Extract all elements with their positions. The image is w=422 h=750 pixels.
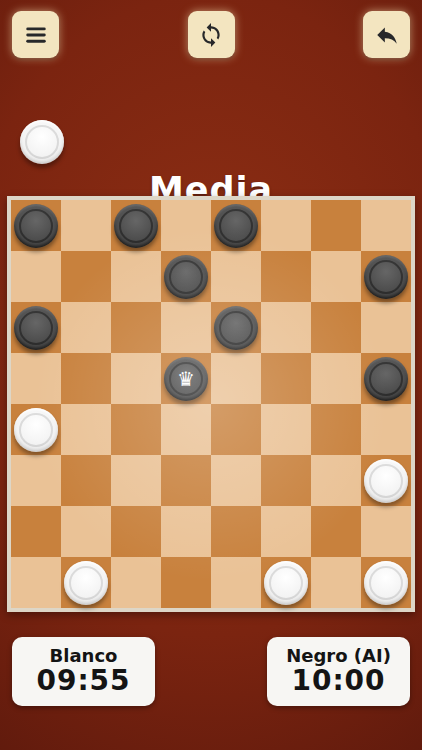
square-r5c1[interactable] bbox=[61, 455, 111, 506]
square-r6c5[interactable] bbox=[261, 506, 311, 557]
square-r7c1[interactable] bbox=[61, 557, 111, 608]
square-r6c1[interactable] bbox=[61, 506, 111, 557]
square-r7c7[interactable] bbox=[361, 557, 411, 608]
square-r6c4[interactable] bbox=[211, 506, 261, 557]
king-crown-icon: ♛ bbox=[177, 369, 195, 389]
square-r0c7[interactable] bbox=[361, 200, 411, 251]
refresh-icon bbox=[198, 22, 224, 48]
black-clock-time: 10:00 bbox=[291, 666, 385, 697]
white-man-piece[interactable] bbox=[264, 561, 308, 605]
square-r0c3[interactable] bbox=[161, 200, 211, 251]
black-man-piece bbox=[214, 204, 258, 248]
square-r6c7[interactable] bbox=[361, 506, 411, 557]
black-man-piece bbox=[114, 204, 158, 248]
white-man-piece[interactable] bbox=[14, 408, 58, 452]
square-r2c2[interactable] bbox=[111, 302, 161, 353]
app-screen: Media ♛ Blanco 09:55 Negro (AI) 10:00 bbox=[0, 0, 422, 750]
square-r4c2[interactable] bbox=[111, 404, 161, 455]
square-r4c7[interactable] bbox=[361, 404, 411, 455]
square-r3c5[interactable] bbox=[261, 353, 311, 404]
square-r0c6[interactable] bbox=[311, 200, 361, 251]
square-r0c0[interactable] bbox=[11, 200, 61, 251]
restart-button[interactable] bbox=[188, 11, 235, 58]
square-r0c2[interactable] bbox=[111, 200, 161, 251]
square-r6c2[interactable] bbox=[111, 506, 161, 557]
square-r7c5[interactable] bbox=[261, 557, 311, 608]
square-r4c4[interactable] bbox=[211, 404, 261, 455]
square-r5c2[interactable] bbox=[111, 455, 161, 506]
square-r2c5[interactable] bbox=[261, 302, 311, 353]
white-man-piece[interactable] bbox=[364, 459, 408, 503]
square-r1c1[interactable] bbox=[61, 251, 111, 302]
square-r1c0[interactable] bbox=[11, 251, 61, 302]
square-r4c6[interactable] bbox=[311, 404, 361, 455]
square-r3c1[interactable] bbox=[61, 353, 111, 404]
square-r6c0[interactable] bbox=[11, 506, 61, 557]
square-r3c7[interactable] bbox=[361, 353, 411, 404]
square-r6c3[interactable] bbox=[161, 506, 211, 557]
white-clock: Blanco 09:55 bbox=[12, 637, 155, 706]
black-man-piece bbox=[364, 255, 408, 299]
square-r3c2[interactable] bbox=[111, 353, 161, 404]
back-button[interactable] bbox=[363, 11, 410, 58]
black-man-piece bbox=[214, 306, 258, 350]
board-grid: ♛ bbox=[11, 200, 411, 608]
toolbar bbox=[0, 11, 422, 58]
square-r7c3[interactable] bbox=[161, 557, 211, 608]
square-r5c6[interactable] bbox=[311, 455, 361, 506]
white-clock-time: 09:55 bbox=[36, 666, 130, 697]
square-r4c3[interactable] bbox=[161, 404, 211, 455]
square-r0c4[interactable] bbox=[211, 200, 261, 251]
square-r5c7[interactable] bbox=[361, 455, 411, 506]
checkers-board: ♛ bbox=[7, 196, 415, 612]
white-clock-label: Blanco bbox=[50, 646, 118, 667]
white-man-piece[interactable] bbox=[364, 561, 408, 605]
square-r1c6[interactable] bbox=[311, 251, 361, 302]
back-arrow-icon bbox=[374, 22, 400, 48]
square-r1c3[interactable] bbox=[161, 251, 211, 302]
menu-button[interactable] bbox=[12, 11, 59, 58]
black-clock-label: Negro (AI) bbox=[286, 646, 391, 667]
square-r1c2[interactable] bbox=[111, 251, 161, 302]
square-r2c7[interactable] bbox=[361, 302, 411, 353]
square-r2c4[interactable] bbox=[211, 302, 261, 353]
square-r7c4[interactable] bbox=[211, 557, 261, 608]
square-r7c0[interactable] bbox=[11, 557, 61, 608]
square-r5c5[interactable] bbox=[261, 455, 311, 506]
square-r6c6[interactable] bbox=[311, 506, 361, 557]
square-r5c3[interactable] bbox=[161, 455, 211, 506]
square-r3c6[interactable] bbox=[311, 353, 361, 404]
black-man-piece bbox=[364, 357, 408, 401]
square-r0c1[interactable] bbox=[61, 200, 111, 251]
black-man-piece bbox=[14, 204, 58, 248]
square-r4c1[interactable] bbox=[61, 404, 111, 455]
square-r2c6[interactable] bbox=[311, 302, 361, 353]
square-r3c4[interactable] bbox=[211, 353, 261, 404]
square-r5c4[interactable] bbox=[211, 455, 261, 506]
square-r4c0[interactable] bbox=[11, 404, 61, 455]
square-r7c2[interactable] bbox=[111, 557, 161, 608]
turn-indicator-white-piece bbox=[20, 120, 64, 164]
square-r1c4[interactable] bbox=[211, 251, 261, 302]
white-man-piece[interactable] bbox=[64, 561, 108, 605]
square-r7c6[interactable] bbox=[311, 557, 361, 608]
square-r4c5[interactable] bbox=[261, 404, 311, 455]
black-man-piece bbox=[164, 255, 208, 299]
square-r2c3[interactable] bbox=[161, 302, 211, 353]
square-r2c1[interactable] bbox=[61, 302, 111, 353]
header: Media bbox=[0, 118, 422, 174]
square-r1c5[interactable] bbox=[261, 251, 311, 302]
square-r1c7[interactable] bbox=[361, 251, 411, 302]
square-r2c0[interactable] bbox=[11, 302, 61, 353]
black-man-piece bbox=[14, 306, 58, 350]
square-r5c0[interactable] bbox=[11, 455, 61, 506]
square-r3c0[interactable] bbox=[11, 353, 61, 404]
black-clock: Negro (AI) 10:00 bbox=[267, 637, 410, 706]
square-r3c3[interactable]: ♛ bbox=[161, 353, 211, 404]
square-r0c5[interactable] bbox=[261, 200, 311, 251]
black-king-piece: ♛ bbox=[164, 357, 208, 401]
hamburger-icon bbox=[23, 22, 49, 48]
